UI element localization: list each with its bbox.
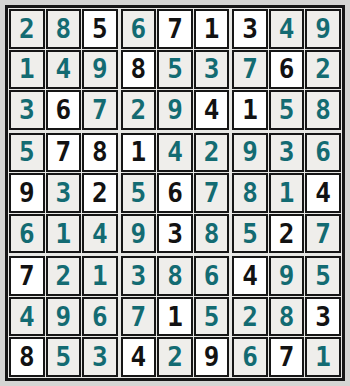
sudoku-cell-r4c4[interactable]: 1 — [121, 133, 157, 173]
sudoku-cell-r4c9[interactable]: 6 — [305, 133, 341, 173]
sudoku-cell-r3c8[interactable]: 5 — [269, 90, 305, 130]
sudoku-cell-r2c1[interactable]: 1 — [9, 50, 45, 90]
sudoku-cell-r5c7[interactable]: 8 — [232, 173, 268, 213]
sudoku-board: 2851493676718532943497621585789326141425… — [5, 5, 345, 381]
sudoku-cell-r6c4[interactable]: 9 — [121, 214, 157, 254]
sudoku-cell-r1c5[interactable]: 7 — [157, 9, 193, 49]
sudoku-cell-r2c2[interactable]: 4 — [46, 50, 82, 90]
sudoku-cell-r9c2[interactable]: 5 — [46, 337, 82, 377]
sudoku-cell-r7c1[interactable]: 7 — [9, 256, 45, 296]
sudoku-block-r2c2: 142567938 — [121, 133, 230, 254]
sudoku-cell-r1c2[interactable]: 8 — [46, 9, 82, 49]
sudoku-cell-r1c6[interactable]: 1 — [194, 9, 230, 49]
sudoku-cell-r8c9[interactable]: 3 — [305, 297, 341, 337]
sudoku-cell-r9c7[interactable]: 6 — [232, 337, 268, 377]
sudoku-block-r3c1: 721496853 — [9, 256, 118, 377]
sudoku-page: 2851493676718532943497621585789326141425… — [0, 0, 350, 386]
sudoku-cell-r9c3[interactable]: 3 — [82, 337, 118, 377]
sudoku-cell-r1c7[interactable]: 3 — [232, 9, 268, 49]
sudoku-cell-r8c4[interactable]: 7 — [121, 297, 157, 337]
sudoku-cell-r4c8[interactable]: 3 — [269, 133, 305, 173]
sudoku-block-r1c1: 285149367 — [9, 9, 118, 130]
sudoku-cell-r2c5[interactable]: 5 — [157, 50, 193, 90]
sudoku-cell-r2c4[interactable]: 8 — [121, 50, 157, 90]
sudoku-cell-r6c6[interactable]: 8 — [194, 214, 230, 254]
sudoku-cell-r5c2[interactable]: 3 — [46, 173, 82, 213]
sudoku-cell-r3c2[interactable]: 6 — [46, 90, 82, 130]
sudoku-cell-r2c6[interactable]: 3 — [194, 50, 230, 90]
sudoku-cell-r3c1[interactable]: 3 — [9, 90, 45, 130]
sudoku-cell-r1c4[interactable]: 6 — [121, 9, 157, 49]
sudoku-cell-r9c4[interactable]: 4 — [121, 337, 157, 377]
sudoku-cell-r6c8[interactable]: 2 — [269, 214, 305, 254]
sudoku-cell-r5c1[interactable]: 9 — [9, 173, 45, 213]
sudoku-cell-r3c6[interactable]: 4 — [194, 90, 230, 130]
sudoku-cell-r4c1[interactable]: 5 — [9, 133, 45, 173]
sudoku-cell-r7c9[interactable]: 5 — [305, 256, 341, 296]
sudoku-cell-r8c5[interactable]: 1 — [157, 297, 193, 337]
sudoku-cell-r9c8[interactable]: 7 — [269, 337, 305, 377]
sudoku-cell-r8c3[interactable]: 6 — [82, 297, 118, 337]
sudoku-cell-r2c9[interactable]: 2 — [305, 50, 341, 90]
sudoku-cell-r8c8[interactable]: 8 — [269, 297, 305, 337]
sudoku-cell-r6c3[interactable]: 4 — [82, 214, 118, 254]
sudoku-cell-r6c2[interactable]: 1 — [46, 214, 82, 254]
sudoku-block-r2c3: 936814527 — [232, 133, 341, 254]
sudoku-cell-r5c9[interactable]: 4 — [305, 173, 341, 213]
sudoku-cell-r5c5[interactable]: 6 — [157, 173, 193, 213]
sudoku-cell-r3c7[interactable]: 1 — [232, 90, 268, 130]
sudoku-cell-r7c8[interactable]: 9 — [269, 256, 305, 296]
sudoku-block-r1c3: 349762158 — [232, 9, 341, 130]
sudoku-cell-r4c7[interactable]: 9 — [232, 133, 268, 173]
sudoku-block-r3c2: 386715429 — [121, 256, 230, 377]
sudoku-cell-r1c9[interactable]: 9 — [305, 9, 341, 49]
sudoku-cell-r8c6[interactable]: 5 — [194, 297, 230, 337]
sudoku-cell-r8c7[interactable]: 2 — [232, 297, 268, 337]
sudoku-cell-r8c1[interactable]: 4 — [9, 297, 45, 337]
sudoku-cell-r7c2[interactable]: 2 — [46, 256, 82, 296]
sudoku-cell-r5c8[interactable]: 1 — [269, 173, 305, 213]
sudoku-block-r2c1: 578932614 — [9, 133, 118, 254]
sudoku-cell-r5c6[interactable]: 7 — [194, 173, 230, 213]
sudoku-cell-r8c2[interactable]: 9 — [46, 297, 82, 337]
sudoku-cell-r7c5[interactable]: 8 — [157, 256, 193, 296]
sudoku-cell-r3c9[interactable]: 8 — [305, 90, 341, 130]
sudoku-cell-r7c3[interactable]: 1 — [82, 256, 118, 296]
sudoku-cell-r4c3[interactable]: 8 — [82, 133, 118, 173]
sudoku-cell-r9c6[interactable]: 9 — [194, 337, 230, 377]
sudoku-cell-r7c6[interactable]: 6 — [194, 256, 230, 296]
sudoku-cell-r6c5[interactable]: 3 — [157, 214, 193, 254]
sudoku-cell-r1c3[interactable]: 5 — [82, 9, 118, 49]
sudoku-cell-r1c1[interactable]: 2 — [9, 9, 45, 49]
sudoku-cell-r6c7[interactable]: 5 — [232, 214, 268, 254]
sudoku-block-r3c3: 495283671 — [232, 256, 341, 377]
sudoku-cell-r7c7[interactable]: 4 — [232, 256, 268, 296]
sudoku-cell-r4c6[interactable]: 2 — [194, 133, 230, 173]
sudoku-cell-r9c5[interactable]: 2 — [157, 337, 193, 377]
sudoku-cell-r4c5[interactable]: 4 — [157, 133, 193, 173]
sudoku-cell-r2c3[interactable]: 9 — [82, 50, 118, 90]
sudoku-cell-r6c1[interactable]: 6 — [9, 214, 45, 254]
sudoku-cell-r3c4[interactable]: 2 — [121, 90, 157, 130]
sudoku-cell-r2c7[interactable]: 7 — [232, 50, 268, 90]
sudoku-cell-r5c3[interactable]: 2 — [82, 173, 118, 213]
sudoku-cell-r2c8[interactable]: 6 — [269, 50, 305, 90]
sudoku-cell-r1c8[interactable]: 4 — [269, 9, 305, 49]
sudoku-cell-r9c1[interactable]: 8 — [9, 337, 45, 377]
sudoku-block-r1c2: 671853294 — [121, 9, 230, 130]
sudoku-cell-r3c3[interactable]: 7 — [82, 90, 118, 130]
sudoku-cell-r3c5[interactable]: 9 — [157, 90, 193, 130]
sudoku-cell-r4c2[interactable]: 7 — [46, 133, 82, 173]
sudoku-cell-r5c4[interactable]: 5 — [121, 173, 157, 213]
sudoku-cell-r6c9[interactable]: 7 — [305, 214, 341, 254]
sudoku-cell-r9c9[interactable]: 1 — [305, 337, 341, 377]
sudoku-cell-r7c4[interactable]: 3 — [121, 256, 157, 296]
